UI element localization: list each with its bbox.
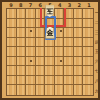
board-cell[interactable] — [26, 19, 36, 29]
board-cell[interactable] — [7, 47, 17, 57]
board-cell[interactable] — [7, 28, 17, 38]
board-cell[interactable] — [64, 57, 74, 67]
board-cell[interactable] — [17, 19, 27, 29]
board-cell[interactable] — [36, 38, 46, 48]
board-cell[interactable] — [64, 47, 74, 57]
board-cell[interactable] — [7, 57, 17, 67]
rank-label-f: 六 — [95, 59, 100, 64]
board-cell[interactable] — [36, 76, 46, 86]
board-cell[interactable] — [36, 47, 46, 57]
board-cell[interactable] — [55, 47, 65, 57]
board-cell[interactable] — [83, 47, 93, 57]
star-point — [60, 60, 62, 62]
board-cell[interactable] — [64, 28, 74, 38]
board-cell[interactable] — [74, 28, 84, 38]
gote-king-glyph: 玉 — [45, 5, 55, 17]
sente-gold-glyph: 金 — [45, 27, 55, 39]
board-cell[interactable] — [17, 66, 27, 76]
board-cell[interactable] — [7, 85, 17, 95]
board-cell[interactable] — [26, 47, 36, 57]
board-cell[interactable] — [7, 66, 17, 76]
board-cell[interactable] — [7, 19, 17, 29]
board-cell[interactable] — [45, 85, 55, 95]
board-cell[interactable] — [83, 38, 93, 48]
board-cell[interactable] — [74, 85, 84, 95]
board-cell[interactable] — [55, 66, 65, 76]
board-cell[interactable] — [45, 76, 55, 86]
piece-sente-gold[interactable]: 金 — [45, 27, 55, 39]
board-cell[interactable] — [64, 38, 74, 48]
rank-labels: 一 二 三 四 五 六 七 八 九 — [94, 8, 100, 96]
rank-label-i: 九 — [95, 89, 100, 94]
board-cell[interactable] — [74, 76, 84, 86]
board-cell[interactable] — [17, 47, 27, 57]
board-cell[interactable] — [17, 76, 27, 86]
board-cell[interactable] — [7, 38, 17, 48]
board-cell[interactable] — [17, 85, 27, 95]
board-cell[interactable] — [17, 38, 27, 48]
board-cell[interactable] — [26, 76, 36, 86]
board-cell[interactable] — [36, 28, 46, 38]
board-cell[interactable] — [83, 28, 93, 38]
board-cell[interactable] — [74, 19, 84, 29]
board-cell[interactable] — [83, 66, 93, 76]
board-cell[interactable] — [36, 66, 46, 76]
board-cell[interactable] — [64, 76, 74, 86]
rank-label-b: 二 — [95, 20, 100, 25]
board-cell[interactable] — [36, 85, 46, 95]
board-cell[interactable] — [74, 38, 84, 48]
board-cell[interactable] — [26, 9, 36, 19]
board-cell[interactable] — [17, 9, 27, 19]
board-cell[interactable] — [45, 47, 55, 57]
board-cell[interactable] — [64, 66, 74, 76]
board-cell[interactable] — [45, 57, 55, 67]
shogi-diagram: 9 8 7 6 5 4 3 2 1 一 二 三 四 五 六 七 八 九 玉 金 — [0, 0, 100, 100]
board-cell[interactable] — [64, 85, 74, 95]
piece-gote-king[interactable]: 玉 — [45, 5, 55, 17]
board-cell[interactable] — [55, 76, 65, 86]
board-cell[interactable] — [26, 38, 36, 48]
board-cell[interactable] — [74, 47, 84, 57]
board-cell[interactable] — [83, 57, 93, 67]
board-cell[interactable] — [74, 66, 84, 76]
board-cell[interactable] — [7, 9, 17, 19]
board-cell[interactable] — [45, 66, 55, 76]
rank-label-e: 五 — [95, 49, 100, 54]
board-cell[interactable] — [83, 9, 93, 19]
board-cell[interactable] — [55, 85, 65, 95]
board-cell[interactable] — [55, 38, 65, 48]
board-cell[interactable] — [26, 85, 36, 95]
board-cell[interactable] — [17, 57, 27, 67]
rank-label-a: 一 — [95, 10, 100, 15]
board-cell[interactable] — [26, 66, 36, 76]
board-cell[interactable] — [74, 57, 84, 67]
board-cell[interactable] — [83, 76, 93, 86]
board-cell[interactable] — [74, 9, 84, 19]
rank-label-g: 七 — [95, 69, 100, 74]
rank-label-d: 四 — [95, 40, 100, 45]
rank-label-h: 八 — [95, 79, 100, 84]
board-cell[interactable] — [17, 28, 27, 38]
rank-label-c: 三 — [95, 30, 100, 35]
board-cell[interactable] — [83, 85, 93, 95]
board-cell[interactable] — [83, 19, 93, 29]
board-cell[interactable] — [7, 76, 17, 86]
board-cell[interactable] — [36, 57, 46, 67]
